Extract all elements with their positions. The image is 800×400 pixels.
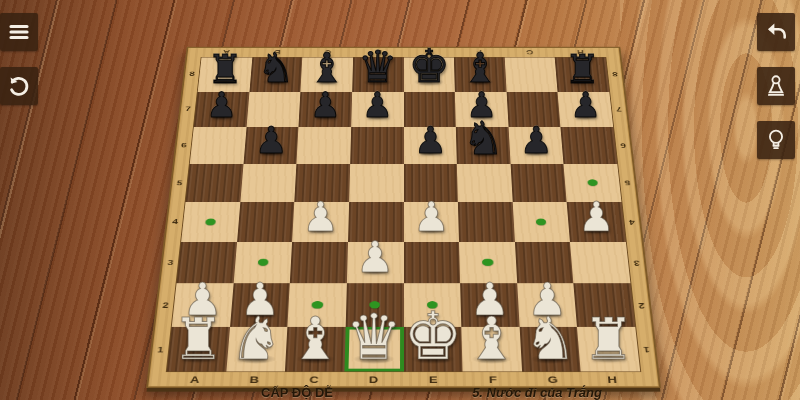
square-b1[interactable] — [226, 326, 288, 371]
file-labels-top: ABCDEFGH — [201, 48, 607, 57]
legal-move-dot-g4[interactable] — [536, 218, 547, 225]
square-g5[interactable] — [510, 164, 567, 202]
hint-button[interactable] — [757, 121, 795, 159]
hamburger-icon — [7, 20, 31, 44]
square-h6[interactable] — [561, 127, 617, 164]
square-f8[interactable] — [454, 57, 506, 91]
square-b3[interactable] — [233, 242, 292, 283]
menu-button[interactable] — [0, 13, 38, 51]
square-e5[interactable] — [404, 164, 458, 202]
square-f4[interactable] — [458, 202, 515, 242]
square-f5[interactable] — [457, 164, 513, 202]
square-d1[interactable] — [344, 326, 403, 371]
square-g3[interactable] — [515, 242, 574, 283]
opponent-button[interactable] — [757, 67, 795, 105]
legal-move-dot-d2[interactable] — [369, 301, 380, 309]
file-label-top-d: D — [353, 48, 404, 57]
file-label-top-c: C — [302, 48, 353, 57]
legal-move-dot-h5[interactable] — [587, 179, 598, 186]
file-label-a: A — [164, 372, 225, 386]
square-b2[interactable] — [230, 283, 290, 326]
square-c4[interactable] — [292, 202, 349, 242]
square-h3[interactable] — [570, 242, 630, 283]
square-c3[interactable] — [290, 242, 348, 283]
board-squares — [166, 57, 641, 372]
square-g1[interactable] — [519, 326, 581, 371]
square-a1[interactable] — [167, 326, 230, 371]
square-g6[interactable] — [508, 127, 563, 164]
square-f2[interactable] — [460, 283, 519, 326]
square-e3[interactable] — [404, 242, 461, 283]
square-c8[interactable] — [301, 57, 353, 91]
square-c6[interactable] — [297, 127, 351, 164]
rotate-ccw-icon — [6, 73, 32, 99]
square-f1[interactable] — [461, 326, 521, 371]
file-label-top-b: B — [251, 48, 302, 57]
square-a3[interactable] — [177, 242, 237, 283]
undo-arrow-icon — [763, 19, 789, 45]
square-b6[interactable] — [243, 127, 298, 164]
square-d6[interactable] — [350, 127, 403, 164]
square-a7[interactable] — [194, 92, 249, 127]
file-label-top-h: H — [555, 48, 606, 57]
square-h2[interactable] — [574, 283, 636, 326]
square-a8[interactable] — [198, 57, 252, 91]
square-h8[interactable] — [555, 57, 609, 91]
square-e7[interactable] — [404, 92, 456, 127]
reset-rotate-button[interactable] — [0, 67, 38, 105]
square-f3[interactable] — [459, 242, 517, 283]
square-d5[interactable] — [349, 164, 403, 202]
move-turn-label: 5. Nước đi của Trắng — [432, 385, 642, 400]
square-g8[interactable] — [504, 57, 557, 91]
square-d4[interactable] — [348, 202, 404, 242]
square-f6[interactable] — [456, 127, 510, 164]
board-frame: ABCDEFGH ABCDEFGH 87654321 87654321 — [146, 47, 661, 388]
square-a4[interactable] — [181, 202, 240, 242]
legal-move-dot-f3[interactable] — [482, 259, 493, 266]
square-c7[interactable] — [299, 92, 352, 127]
legal-move-dot-c2[interactable] — [312, 301, 323, 309]
square-h7[interactable] — [558, 92, 613, 127]
square-d3[interactable] — [347, 242, 404, 283]
difficulty-level-label: CẤP ĐỘ DỄ — [222, 385, 372, 400]
file-label-top-a: A — [201, 48, 252, 57]
file-label-top-e: E — [404, 48, 455, 57]
square-b7[interactable] — [246, 92, 300, 127]
legal-move-dot-a4[interactable] — [205, 218, 216, 225]
undo-button[interactable] — [757, 13, 795, 51]
light-bulb-icon — [763, 127, 789, 153]
square-a2[interactable] — [172, 283, 234, 326]
file-label-top-f: F — [454, 48, 505, 57]
square-d2[interactable] — [346, 283, 404, 326]
file-label-top-g: G — [504, 48, 555, 57]
square-a6[interactable] — [190, 127, 246, 164]
square-a5[interactable] — [186, 164, 244, 202]
square-h1[interactable] — [577, 326, 640, 371]
square-c2[interactable] — [288, 283, 347, 326]
square-e1[interactable] — [404, 326, 463, 371]
square-d7[interactable] — [351, 92, 403, 127]
legal-move-dot-b3[interactable] — [258, 259, 269, 266]
square-g4[interactable] — [512, 202, 570, 242]
square-e4[interactable] — [404, 202, 460, 242]
square-d8[interactable] — [352, 57, 403, 91]
legal-move-dot-e2[interactable] — [427, 301, 438, 309]
square-b4[interactable] — [237, 202, 295, 242]
square-g2[interactable] — [517, 283, 577, 326]
square-c5[interactable] — [295, 164, 351, 202]
square-e6[interactable] — [404, 127, 457, 164]
square-b8[interactable] — [249, 57, 302, 91]
square-b5[interactable] — [240, 164, 297, 202]
square-g7[interactable] — [506, 92, 560, 127]
pawn-outline-icon — [763, 73, 789, 99]
square-e2[interactable] — [404, 283, 462, 326]
square-c1[interactable] — [285, 326, 345, 371]
square-h4[interactable] — [567, 202, 626, 242]
square-f7[interactable] — [455, 92, 508, 127]
square-h5[interactable] — [564, 164, 622, 202]
square-e8[interactable] — [404, 57, 455, 91]
chess-board-3d: ABCDEFGH ABCDEFGH 87654321 87654321 — [146, 0, 661, 388]
